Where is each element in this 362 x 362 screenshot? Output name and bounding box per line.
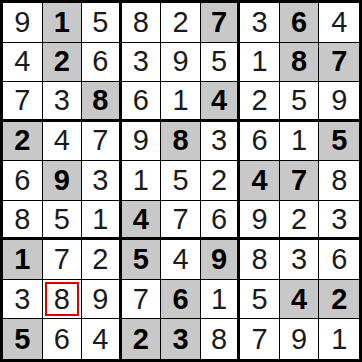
cell-r5c2[interactable]: 9 bbox=[43, 161, 83, 201]
cell-r1c2[interactable]: 1 bbox=[43, 3, 83, 43]
cell-r7c7[interactable]: 8 bbox=[240, 240, 280, 280]
cell-r2c6[interactable]: 5 bbox=[201, 43, 241, 83]
cell-r9c7[interactable]: 7 bbox=[240, 319, 280, 359]
cell-r8c7[interactable]: 5 bbox=[240, 280, 280, 320]
cell-r9c2[interactable]: 6 bbox=[43, 319, 83, 359]
cell-r4c1[interactable]: 2 bbox=[3, 122, 43, 162]
cell-r5c7[interactable]: 4 bbox=[240, 161, 280, 201]
cell-r1c6[interactable]: 7 bbox=[201, 3, 241, 43]
cell-r8c6[interactable]: 1 bbox=[201, 280, 241, 320]
cell-r3c6[interactable]: 4 bbox=[201, 82, 241, 122]
cell-r4c7[interactable]: 6 bbox=[240, 122, 280, 162]
cell-r3c2[interactable]: 3 bbox=[43, 82, 83, 122]
sudoku-board: 9158273644263951877386142592479836156931… bbox=[0, 0, 362, 362]
cell-r6c7[interactable]: 9 bbox=[240, 201, 280, 241]
cell-r6c6[interactable]: 6 bbox=[201, 201, 241, 241]
cell-r5c8[interactable]: 7 bbox=[280, 161, 320, 201]
cell-r1c9[interactable]: 4 bbox=[319, 3, 359, 43]
cell-r2c4[interactable]: 3 bbox=[122, 43, 162, 83]
cell-r8c8[interactable]: 4 bbox=[280, 280, 320, 320]
cell-r7c2[interactable]: 7 bbox=[43, 240, 83, 280]
cell-r7c3[interactable]: 2 bbox=[82, 240, 122, 280]
cell-r5c3[interactable]: 3 bbox=[82, 161, 122, 201]
cell-r3c4[interactable]: 6 bbox=[122, 82, 162, 122]
cell-r9c6[interactable]: 8 bbox=[201, 319, 241, 359]
cell-r1c1[interactable]: 9 bbox=[3, 3, 43, 43]
cell-r6c8[interactable]: 2 bbox=[280, 201, 320, 241]
cell-r8c9[interactable]: 2 bbox=[319, 280, 359, 320]
cell-r9c1[interactable]: 5 bbox=[3, 319, 43, 359]
cell-r5c6[interactable]: 2 bbox=[201, 161, 241, 201]
cell-r4c4[interactable]: 9 bbox=[122, 122, 162, 162]
cell-r9c4[interactable]: 2 bbox=[122, 319, 162, 359]
cell-r9c3[interactable]: 4 bbox=[82, 319, 122, 359]
cell-r1c3[interactable]: 5 bbox=[82, 3, 122, 43]
cell-r4c9[interactable]: 5 bbox=[319, 122, 359, 162]
cell-r4c5[interactable]: 8 bbox=[161, 122, 201, 162]
cell-r8c2[interactable]: 8 bbox=[43, 280, 83, 320]
cell-r8c3[interactable]: 9 bbox=[82, 280, 122, 320]
cell-r7c4[interactable]: 5 bbox=[122, 240, 162, 280]
cell-r4c8[interactable]: 1 bbox=[280, 122, 320, 162]
cell-r8c4[interactable]: 7 bbox=[122, 280, 162, 320]
cell-r4c3[interactable]: 7 bbox=[82, 122, 122, 162]
cell-r6c5[interactable]: 7 bbox=[161, 201, 201, 241]
cell-r7c5[interactable]: 4 bbox=[161, 240, 201, 280]
cell-r7c9[interactable]: 6 bbox=[319, 240, 359, 280]
cell-r9c8[interactable]: 9 bbox=[280, 319, 320, 359]
cell-r7c6[interactable]: 9 bbox=[201, 240, 241, 280]
cell-r4c2[interactable]: 4 bbox=[43, 122, 83, 162]
cell-r1c8[interactable]: 6 bbox=[280, 3, 320, 43]
cell-r6c1[interactable]: 8 bbox=[3, 201, 43, 241]
cell-r6c4[interactable]: 4 bbox=[122, 201, 162, 241]
cell-r1c7[interactable]: 3 bbox=[240, 3, 280, 43]
cell-r3c1[interactable]: 7 bbox=[3, 82, 43, 122]
cell-r2c1[interactable]: 4 bbox=[3, 43, 43, 83]
cell-r7c8[interactable]: 3 bbox=[280, 240, 320, 280]
cell-r3c9[interactable]: 9 bbox=[319, 82, 359, 122]
cell-r1c5[interactable]: 2 bbox=[161, 3, 201, 43]
cell-r1c4[interactable]: 8 bbox=[122, 3, 162, 43]
cell-r2c2[interactable]: 2 bbox=[43, 43, 83, 83]
cell-r3c7[interactable]: 2 bbox=[240, 82, 280, 122]
cell-r5c5[interactable]: 5 bbox=[161, 161, 201, 201]
cell-r3c8[interactable]: 5 bbox=[280, 82, 320, 122]
cell-r3c3[interactable]: 8 bbox=[82, 82, 122, 122]
cell-r9c9[interactable]: 1 bbox=[319, 319, 359, 359]
cell-r2c9[interactable]: 7 bbox=[319, 43, 359, 83]
cell-r8c1[interactable]: 3 bbox=[3, 280, 43, 320]
cell-r6c9[interactable]: 3 bbox=[319, 201, 359, 241]
cell-r5c9[interactable]: 8 bbox=[319, 161, 359, 201]
cell-r6c2[interactable]: 5 bbox=[43, 201, 83, 241]
cell-r3c5[interactable]: 1 bbox=[161, 82, 201, 122]
cell-r2c8[interactable]: 8 bbox=[280, 43, 320, 83]
cell-r4c6[interactable]: 3 bbox=[201, 122, 241, 162]
cell-r5c1[interactable]: 6 bbox=[3, 161, 43, 201]
cell-r8c5[interactable]: 6 bbox=[161, 280, 201, 320]
cell-r5c4[interactable]: 1 bbox=[122, 161, 162, 201]
cell-r2c7[interactable]: 1 bbox=[240, 43, 280, 83]
cell-r2c3[interactable]: 6 bbox=[82, 43, 122, 83]
cell-r9c5[interactable]: 3 bbox=[161, 319, 201, 359]
cell-r2c5[interactable]: 9 bbox=[161, 43, 201, 83]
cell-r7c1[interactable]: 1 bbox=[3, 240, 43, 280]
cell-r6c3[interactable]: 1 bbox=[82, 201, 122, 241]
